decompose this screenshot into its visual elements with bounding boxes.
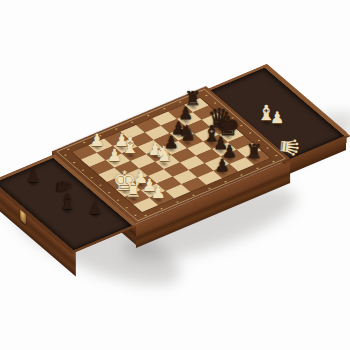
white-q-glyph: ♛ bbox=[276, 135, 302, 159]
white-p-glyph: ♟ bbox=[150, 184, 165, 201]
white-b-glyph: ♝ bbox=[120, 135, 140, 157]
white-n-glyph: ♞ bbox=[154, 144, 173, 165]
white-p-glyph: ♟ bbox=[270, 110, 284, 126]
white-p-glyph: ♟ bbox=[107, 147, 122, 164]
black-b-glyph: ♝ bbox=[58, 192, 77, 213]
white-r-glyph: ♜ bbox=[125, 181, 142, 200]
white-p-glyph: ♟ bbox=[89, 132, 104, 149]
black-p-glyph: ♟ bbox=[26, 169, 40, 185]
black-p-glyph: ♟ bbox=[88, 201, 102, 217]
product-photo-scene: ♜♟♝♟♛♟♚♞♝♟♟♛♟♟♝♟♟♜♟♞♟♟♟♞♚♟♜♟♝♟ bbox=[0, 0, 350, 350]
black-p-glyph: ♟ bbox=[214, 157, 229, 174]
black-n-glyph: ♞ bbox=[178, 123, 197, 144]
black-r-glyph: ♜ bbox=[246, 142, 263, 161]
